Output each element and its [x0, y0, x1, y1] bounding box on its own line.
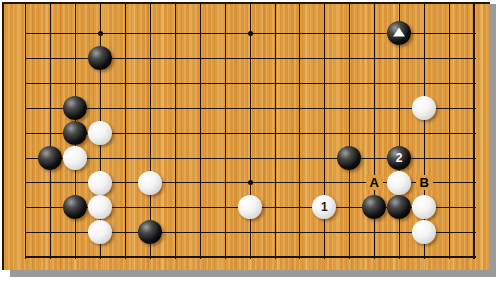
grid-vline	[250, 2, 251, 259]
grid-hline	[25, 108, 476, 109]
point-label-a[interactable]: A	[366, 175, 383, 190]
grid-vline	[125, 2, 126, 259]
stone-black-p3[interactable]	[362, 195, 386, 219]
grid-vline	[50, 2, 51, 259]
stone-white-d4[interactable]	[88, 171, 112, 195]
stone-white-d6[interactable]	[88, 121, 112, 145]
stone-black-c7[interactable]	[63, 96, 87, 120]
go-diagram: 21AB	[0, 0, 500, 285]
stone-black-d9[interactable]	[88, 46, 112, 70]
stone-black-f2[interactable]	[138, 220, 162, 244]
move-number: 2	[396, 152, 403, 164]
stone-white-d2[interactable]	[88, 220, 112, 244]
stone-white-r7[interactable]	[412, 96, 436, 120]
grid-hline	[25, 83, 476, 84]
grid-vline	[299, 2, 300, 259]
triangle-marker-icon	[393, 27, 405, 36]
star-point-k10	[248, 31, 253, 36]
grid-vline	[374, 2, 375, 259]
go-board[interactable]: 21AB	[2, 2, 490, 270]
stone-white-q4[interactable]	[387, 171, 411, 195]
stone-white-n3[interactable]: 1	[312, 195, 336, 219]
stone-black-q3[interactable]	[387, 195, 411, 219]
stone-black-o5[interactable]	[337, 146, 361, 170]
stone-black-c3[interactable]	[63, 195, 87, 219]
stone-white-c5[interactable]	[63, 146, 87, 170]
point-label-b[interactable]: B	[416, 175, 433, 190]
grid-vline	[473, 2, 475, 259]
move-number: 1	[321, 201, 328, 213]
board-crop-edge-left	[2, 2, 4, 270]
stone-white-k3[interactable]	[238, 195, 262, 219]
board-shadow-bottom	[10, 270, 496, 277]
star-point-k4	[248, 180, 253, 185]
stone-white-r2[interactable]	[412, 220, 436, 244]
stone-black-q5[interactable]: 2	[387, 146, 411, 170]
stone-black-q10[interactable]	[387, 21, 411, 45]
grid-hline	[25, 256, 476, 258]
grid-vline	[225, 2, 226, 259]
grid-vline	[200, 2, 201, 259]
board-shadow-right	[490, 4, 496, 277]
stone-white-f4[interactable]	[138, 171, 162, 195]
grid-vline	[324, 2, 325, 259]
star-point-d10	[98, 31, 103, 36]
stone-white-r3[interactable]	[412, 195, 436, 219]
stone-black-b5[interactable]	[38, 146, 62, 170]
stone-black-c6[interactable]	[63, 121, 87, 145]
grid-vline	[449, 2, 450, 259]
grid-vline	[275, 2, 276, 259]
grid-vline	[25, 2, 26, 259]
grid-vline	[349, 2, 350, 259]
stone-white-d3[interactable]	[88, 195, 112, 219]
grid-vline	[175, 2, 176, 259]
